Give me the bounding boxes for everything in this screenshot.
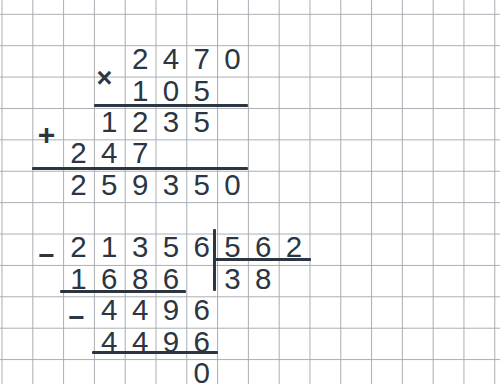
sum-rule-under-247: [32, 167, 248, 170]
rules-and-signs-overlay: ×+−−: [0, 0, 500, 384]
division-bracket-horizontal: [213, 258, 311, 261]
subtract-rule-under-1686: [60, 290, 187, 293]
plus-sign: +: [38, 120, 56, 150]
multiply-rule-under-105: [94, 104, 248, 107]
minus-sign-1: −: [38, 242, 54, 270]
subtract-rule-under-4496: [92, 351, 218, 354]
times-sign: ×: [97, 64, 113, 91]
minus-sign-2: −: [68, 304, 84, 332]
squared-paper-page: 2470105123524725935021356562168638449644…: [0, 0, 500, 384]
